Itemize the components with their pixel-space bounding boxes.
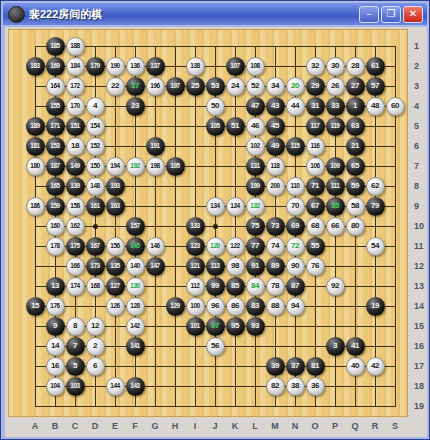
stone-move-74[interactable]: 74 — [266, 237, 285, 256]
stone-move-198[interactable]: 198 — [146, 157, 165, 176]
go-board[interactable]: 1234567891213141516171819202122232425262… — [8, 29, 408, 417]
stone-move-57[interactable]: 57 — [366, 77, 385, 96]
stone-move-122[interactable]: 122 — [226, 237, 245, 256]
stone-move-28[interactable]: 28 — [346, 57, 365, 76]
move-number: 112 — [191, 283, 200, 290]
stone-move-153[interactable]: 153 — [46, 137, 65, 156]
stone-move-65[interactable]: 65 — [346, 157, 365, 176]
stone-move-134[interactable]: 134 — [206, 197, 225, 216]
move-number: 120 — [210, 243, 219, 250]
stone-move-70[interactable]: 70 — [286, 197, 305, 216]
stone-move-85[interactable]: 85 — [226, 277, 245, 296]
stone-move-142[interactable]: 142 — [126, 317, 145, 336]
stone-move-158[interactable]: 158 — [66, 197, 85, 216]
column-label-A: A — [32, 421, 39, 431]
stone-move-127[interactable]: 127 — [106, 277, 125, 296]
stone-move-168[interactable]: 168 — [86, 277, 105, 296]
stone-move-41[interactable]: 41 — [346, 337, 365, 356]
stone-move-58[interactable]: 58 — [346, 197, 365, 216]
stone-move-2[interactable]: 2 — [86, 337, 105, 356]
move-number: 162 — [70, 223, 79, 230]
stone-move-86[interactable]: 86 — [226, 297, 245, 316]
stone-move-92[interactable]: 92 — [326, 277, 345, 296]
stone-move-76[interactable]: 76 — [306, 257, 325, 276]
stone-move-199[interactable]: 199 — [246, 177, 265, 196]
stone-move-148[interactable]: 148 — [86, 177, 105, 196]
stone-move-107[interactable]: 107 — [226, 57, 245, 76]
move-number: 87 — [291, 282, 299, 290]
column-label-H: H — [172, 421, 179, 431]
move-number: 115 — [291, 143, 300, 150]
stone-move-115[interactable]: 115 — [286, 137, 305, 156]
row-label-6: 6 — [414, 141, 419, 151]
stone-move-141[interactable]: 141 — [126, 337, 145, 356]
move-number: 127 — [110, 283, 119, 290]
stone-move-193[interactable]: 193 — [106, 177, 125, 196]
stone-move-170[interactable]: 170 — [66, 97, 85, 116]
move-number: 73 — [271, 222, 279, 230]
stone-move-88[interactable]: 88 — [266, 297, 285, 316]
stone-move-40[interactable]: 40 — [346, 357, 365, 376]
stone-move-63[interactable]: 63 — [346, 117, 365, 136]
stone-move-96[interactable]: 96 — [206, 297, 225, 316]
stone-move-102[interactable]: 102 — [246, 137, 265, 156]
move-number: 14 — [51, 342, 59, 350]
row-label-3: 3 — [414, 81, 419, 91]
stone-move-32[interactable]: 32 — [306, 57, 325, 76]
stone-move-17[interactable]: 17 — [126, 77, 145, 96]
move-number: 138 — [190, 63, 199, 70]
minimize-button[interactable]: – — [359, 6, 379, 23]
stone-move-44[interactable]: 44 — [286, 97, 305, 116]
stone-move-129[interactable]: 129 — [166, 297, 185, 316]
stone-move-123[interactable]: 123 — [186, 237, 205, 256]
stone-move-197[interactable]: 197 — [166, 77, 185, 96]
move-number: 151 — [70, 123, 79, 130]
stone-move-43[interactable]: 43 — [266, 97, 285, 116]
stone-move-71[interactable]: 71 — [306, 177, 325, 196]
move-number: 17 — [131, 82, 139, 90]
stone-move-55[interactable]: 55 — [306, 237, 325, 256]
row-label-13: 13 — [414, 281, 424, 291]
stone-move-50[interactable]: 50 — [206, 97, 225, 116]
move-number: 193 — [110, 183, 119, 190]
stone-move-149[interactable]: 149 — [66, 157, 85, 176]
stone-move-113[interactable]: 113 — [206, 257, 225, 276]
stone-move-91[interactable]: 91 — [246, 257, 265, 276]
stone-move-143[interactable]: 143 — [126, 377, 145, 396]
stone-move-189[interactable]: 189 — [26, 117, 45, 136]
stone-move-13[interactable]: 13 — [46, 277, 65, 296]
move-number: 139 — [70, 183, 79, 190]
stone-move-118[interactable]: 118 — [266, 157, 285, 176]
stone-move-33[interactable]: 33 — [326, 97, 345, 116]
stone-move-89[interactable]: 89 — [266, 257, 285, 276]
stone-move-174[interactable]: 174 — [66, 277, 85, 296]
close-button[interactable]: ✕ — [403, 6, 423, 23]
stone-move-34[interactable]: 34 — [266, 77, 285, 96]
stone-move-82[interactable]: 82 — [266, 377, 285, 396]
stone-move-172[interactable]: 172 — [66, 77, 85, 96]
stone-move-185[interactable]: 185 — [46, 37, 65, 56]
column-label-B: B — [52, 421, 59, 431]
stone-move-81[interactable]: 81 — [306, 357, 325, 376]
move-number: 129 — [170, 303, 179, 310]
move-number: 39 — [271, 362, 279, 370]
stone-move-5[interactable]: 5 — [66, 357, 85, 376]
star-point — [93, 224, 98, 229]
stone-move-151[interactable]: 151 — [66, 117, 85, 136]
stone-move-196[interactable]: 196 — [146, 77, 165, 96]
stone-move-16[interactable]: 16 — [46, 357, 65, 376]
move-number: 119 — [331, 123, 340, 130]
move-number: 195 — [170, 163, 179, 170]
stone-move-169[interactable]: 169 — [46, 57, 65, 76]
row-label-9: 9 — [414, 201, 419, 211]
move-number: 171 — [50, 123, 59, 130]
grid-line-horizontal — [35, 386, 396, 387]
move-number: 128 — [130, 303, 139, 310]
stone-move-135[interactable]: 135 — [106, 257, 125, 276]
stone-move-51[interactable]: 51 — [226, 117, 245, 136]
stone-move-183[interactable]: 183 — [26, 57, 45, 76]
stone-move-109[interactable]: 109 — [326, 157, 345, 176]
column-label-C: C — [72, 421, 79, 431]
stone-move-79[interactable]: 79 — [366, 197, 385, 216]
stone-move-200[interactable]: 200 — [266, 177, 285, 196]
stone-move-160[interactable]: 160 — [46, 217, 65, 236]
row-label-5: 5 — [414, 121, 419, 131]
stone-move-69[interactable]: 69 — [286, 217, 305, 236]
stone-move-155[interactable]: 155 — [46, 97, 65, 116]
stone-move-136[interactable]: 136 — [126, 57, 145, 76]
stone-move-66[interactable]: 66 — [326, 217, 345, 236]
move-number: 198 — [150, 163, 159, 170]
move-number: 1 — [353, 102, 357, 110]
stone-move-37[interactable]: 37 — [286, 357, 305, 376]
move-number: 21 — [351, 142, 359, 150]
stone-move-140[interactable]: 140 — [126, 257, 145, 276]
stone-move-103[interactable]: 103 — [66, 377, 85, 396]
move-number: 30 — [331, 62, 339, 70]
stone-move-1[interactable]: 1 — [346, 97, 365, 116]
row-label-8: 8 — [414, 181, 419, 191]
move-number: 57 — [371, 82, 379, 90]
stone-move-35[interactable]: 35 — [326, 197, 345, 216]
stone-move-108[interactable]: 108 — [246, 57, 265, 76]
move-number: 97 — [211, 322, 219, 330]
grid-line-vertical — [235, 46, 236, 407]
stone-move-9[interactable]: 9 — [46, 317, 65, 336]
stone-move-31[interactable]: 31 — [306, 97, 325, 116]
stone-move-73[interactable]: 73 — [266, 217, 285, 236]
move-number: 136 — [130, 63, 139, 70]
stone-move-6[interactable]: 6 — [86, 357, 105, 376]
stone-move-25[interactable]: 25 — [186, 77, 205, 96]
move-number: 94 — [291, 302, 299, 310]
stone-move-67[interactable]: 67 — [306, 197, 325, 216]
stone-move-121[interactable]: 121 — [186, 257, 205, 276]
move-number: 20 — [291, 82, 299, 90]
move-number: 98 — [231, 262, 239, 270]
stone-move-15[interactable]: 15 — [26, 297, 45, 316]
stone-move-72[interactable]: 72 — [286, 237, 305, 256]
move-number: 103 — [70, 383, 79, 390]
move-number: 53 — [211, 82, 219, 90]
stone-move-192[interactable]: 192 — [126, 157, 145, 176]
move-number: 122 — [230, 243, 239, 250]
stone-move-130[interactable]: 130 — [126, 277, 145, 296]
stone-move-167[interactable]: 167 — [86, 237, 105, 256]
move-number: 62 — [371, 182, 379, 190]
stone-move-139[interactable]: 139 — [66, 177, 85, 196]
stone-move-14[interactable]: 14 — [46, 337, 65, 356]
maximize-button[interactable]: ❐ — [381, 6, 401, 23]
move-number: 40 — [351, 362, 359, 370]
column-label-G: G — [151, 421, 158, 431]
column-label-R: R — [372, 421, 379, 431]
stone-move-68[interactable]: 68 — [306, 217, 325, 236]
stone-move-131[interactable]: 131 — [246, 157, 265, 176]
stone-move-29[interactable]: 29 — [306, 77, 325, 96]
stone-move-119[interactable]: 119 — [326, 117, 345, 136]
stone-move-110[interactable]: 110 — [286, 177, 305, 196]
stone-move-60[interactable]: 60 — [386, 97, 405, 116]
stone-move-56[interactable]: 56 — [206, 337, 225, 356]
move-number: 161 — [90, 203, 99, 210]
move-number: 3 — [333, 342, 337, 350]
stone-move-42[interactable]: 42 — [366, 357, 385, 376]
stone-move-138[interactable]: 138 — [186, 57, 205, 76]
move-number: 66 — [331, 222, 339, 230]
stone-move-80[interactable]: 80 — [346, 217, 365, 236]
stone-move-111[interactable]: 111 — [326, 177, 345, 196]
stone-move-49[interactable]: 49 — [266, 137, 285, 156]
move-number: 33 — [331, 102, 339, 110]
stone-move-112[interactable]: 112 — [186, 277, 205, 296]
stone-move-126[interactable]: 126 — [106, 297, 125, 316]
stone-move-8[interactable]: 8 — [66, 317, 85, 336]
column-label-L: L — [252, 421, 258, 431]
move-number: 96 — [211, 302, 219, 310]
move-number: 200 — [270, 183, 279, 190]
move-number: 123 — [190, 243, 199, 250]
stone-move-156[interactable]: 156 — [106, 237, 125, 256]
stone-move-190[interactable]: 190 — [106, 57, 125, 76]
stone-move-12[interactable]: 12 — [86, 317, 105, 336]
stone-move-159[interactable]: 159 — [46, 197, 65, 216]
stone-move-124[interactable]: 124 — [226, 197, 245, 216]
stone-move-59[interactable]: 59 — [346, 177, 365, 196]
stone-move-152[interactable]: 152 — [86, 137, 105, 156]
stone-move-171[interactable]: 171 — [46, 117, 65, 136]
stone-move-83[interactable]: 83 — [246, 297, 265, 316]
stone-move-101[interactable]: 101 — [186, 317, 205, 336]
move-number: 152 — [90, 143, 99, 150]
stone-move-3[interactable]: 3 — [326, 337, 345, 356]
stone-move-19[interactable]: 19 — [366, 297, 385, 316]
stone-move-181[interactable]: 181 — [26, 137, 45, 156]
move-number: 108 — [250, 63, 259, 70]
stone-move-178[interactable]: 178 — [46, 237, 65, 256]
move-number: 194 — [110, 163, 119, 170]
stone-move-166[interactable]: 166 — [66, 257, 85, 276]
stone-move-187[interactable]: 187 — [46, 157, 65, 176]
move-number: 163 — [110, 203, 119, 210]
stone-move-173[interactable]: 173 — [86, 257, 105, 276]
stone-move-22[interactable]: 22 — [106, 77, 125, 96]
stone-move-75[interactable]: 75 — [246, 217, 265, 236]
stone-move-36[interactable]: 36 — [306, 377, 325, 396]
stone-move-93[interactable]: 93 — [246, 317, 265, 336]
stone-move-100[interactable]: 100 — [186, 297, 205, 316]
move-number: 80 — [351, 222, 359, 230]
column-label-N: N — [292, 421, 299, 431]
stone-move-62[interactable]: 62 — [366, 177, 385, 196]
row-label-12: 12 — [414, 261, 424, 271]
stone-move-78[interactable]: 78 — [266, 277, 285, 296]
stone-move-180[interactable]: 180 — [26, 157, 45, 176]
stone-move-163[interactable]: 163 — [106, 197, 125, 216]
stone-move-61[interactable]: 61 — [366, 57, 385, 76]
column-label-M: M — [271, 421, 279, 431]
move-number: 15 — [31, 302, 39, 310]
move-number: 79 — [371, 202, 379, 210]
move-number: 50 — [211, 102, 219, 110]
stone-move-48[interactable]: 48 — [366, 97, 385, 116]
stone-move-84[interactable]: 84 — [246, 277, 265, 296]
column-label-I: I — [194, 421, 197, 431]
move-number: 165 — [50, 183, 59, 190]
stone-move-128[interactable]: 128 — [126, 297, 145, 316]
stone-move-52[interactable]: 52 — [246, 77, 265, 96]
row-label-1: 1 — [414, 41, 419, 51]
move-number: 12 — [91, 322, 99, 330]
move-number: 88 — [271, 302, 279, 310]
move-number: 189 — [30, 123, 39, 130]
move-number: 150 — [90, 163, 99, 170]
stone-move-145[interactable]: 145 — [126, 237, 145, 256]
stone-move-188[interactable]: 188 — [66, 37, 85, 56]
move-number: 28 — [351, 62, 359, 70]
row-label-10: 10 — [414, 221, 424, 231]
stone-move-24[interactable]: 24 — [226, 77, 245, 96]
move-number: 49 — [271, 142, 279, 150]
stone-move-175[interactable]: 175 — [66, 237, 85, 256]
stone-move-99[interactable]: 99 — [206, 277, 225, 296]
move-number: 44 — [291, 102, 299, 110]
stone-move-144[interactable]: 144 — [106, 377, 125, 396]
move-number: 35 — [331, 202, 339, 210]
stone-move-186[interactable]: 186 — [26, 197, 45, 216]
stone-move-191[interactable]: 191 — [146, 137, 165, 156]
stone-move-47[interactable]: 47 — [246, 97, 265, 116]
stone-move-162[interactable]: 162 — [66, 217, 85, 236]
move-number: 173 — [90, 263, 99, 270]
stone-move-105[interactable]: 105 — [206, 117, 225, 136]
stone-move-20[interactable]: 20 — [286, 77, 305, 96]
stone-move-157[interactable]: 157 — [126, 217, 145, 236]
stone-move-194[interactable]: 194 — [106, 157, 125, 176]
stone-move-90[interactable]: 90 — [286, 257, 305, 276]
move-number: 191 — [150, 143, 159, 150]
stone-move-184[interactable]: 184 — [66, 57, 85, 76]
move-number: 37 — [291, 362, 299, 370]
move-number: 118 — [271, 163, 280, 170]
stone-move-116[interactable]: 116 — [306, 137, 325, 156]
stone-move-104[interactable]: 104 — [46, 377, 65, 396]
move-number: 116 — [311, 143, 320, 150]
stone-move-53[interactable]: 53 — [206, 77, 225, 96]
stone-move-95[interactable]: 95 — [226, 317, 245, 336]
stone-move-94[interactable]: 94 — [286, 297, 305, 316]
move-number: 167 — [90, 243, 99, 250]
stone-move-195[interactable]: 195 — [166, 157, 185, 176]
move-number: 36 — [311, 382, 319, 390]
move-number: 164 — [50, 83, 59, 90]
stone-move-27[interactable]: 27 — [346, 77, 365, 96]
move-number: 170 — [70, 103, 79, 110]
move-number: 38 — [291, 382, 299, 390]
stone-move-154[interactable]: 154 — [86, 117, 105, 136]
stone-move-46[interactable]: 46 — [246, 117, 265, 136]
stone-move-45[interactable]: 45 — [266, 117, 285, 136]
title-bar[interactable]: 裴222房间的棋 – ❐ ✕ — [3, 3, 427, 25]
stone-move-137[interactable]: 137 — [146, 57, 165, 76]
stone-move-18[interactable]: 18 — [66, 137, 85, 156]
stone-move-106[interactable]: 106 — [306, 157, 325, 176]
move-number: 178 — [50, 243, 59, 250]
move-number: 135 — [110, 263, 119, 270]
row-label-14: 14 — [414, 301, 424, 311]
stone-move-23[interactable]: 23 — [126, 97, 145, 116]
stone-move-117[interactable]: 117 — [306, 117, 325, 136]
go-client-window: 裴222房间的棋 – ❐ ✕ 1234567891213141516171819… — [0, 0, 430, 440]
stone-move-87[interactable]: 87 — [286, 277, 305, 296]
row-label-16: 16 — [414, 341, 424, 351]
column-label-Q: Q — [351, 421, 358, 431]
stone-move-21[interactable]: 21 — [346, 137, 365, 156]
stone-move-98[interactable]: 98 — [226, 257, 245, 276]
stone-move-132[interactable]: 132 — [246, 197, 265, 216]
move-number: 154 — [90, 123, 99, 130]
move-number: 110 — [291, 183, 300, 190]
stone-move-77[interactable]: 77 — [246, 237, 265, 256]
stone-move-150[interactable]: 150 — [86, 157, 105, 176]
stone-move-147[interactable]: 147 — [146, 257, 165, 276]
stone-move-176[interactable]: 176 — [46, 297, 65, 316]
stone-move-164[interactable]: 164 — [46, 77, 65, 96]
stone-move-179[interactable]: 179 — [86, 57, 105, 76]
move-number: 45 — [271, 122, 279, 130]
move-number: 131 — [250, 163, 259, 170]
stone-move-39[interactable]: 39 — [266, 357, 285, 376]
stone-move-7[interactable]: 7 — [66, 337, 85, 356]
stone-move-161[interactable]: 161 — [86, 197, 105, 216]
stone-move-4[interactable]: 4 — [86, 97, 105, 116]
stone-move-133[interactable]: 133 — [186, 217, 205, 236]
stone-move-54[interactable]: 54 — [366, 237, 385, 256]
move-number: 111 — [331, 183, 340, 190]
stone-move-26[interactable]: 26 — [326, 77, 345, 96]
stone-move-38[interactable]: 38 — [286, 377, 305, 396]
stone-move-146[interactable]: 146 — [146, 237, 165, 256]
stone-move-120[interactable]: 120 — [206, 237, 225, 256]
stone-move-30[interactable]: 30 — [326, 57, 345, 76]
stone-move-97[interactable]: 97 — [206, 317, 225, 336]
move-number: 181 — [30, 143, 39, 150]
stone-move-165[interactable]: 165 — [46, 177, 65, 196]
